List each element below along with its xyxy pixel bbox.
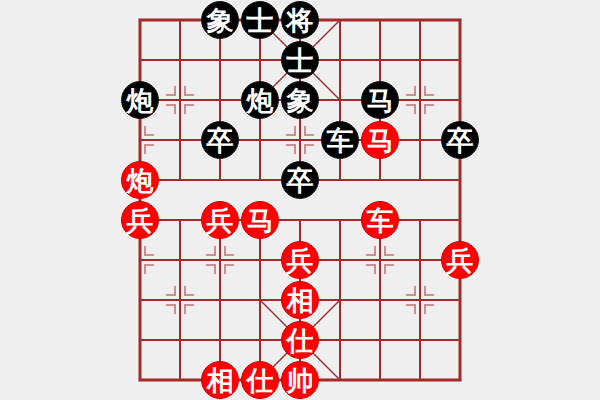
piece-black-pawn[interactable]: 卒 — [201, 121, 239, 159]
piece-red-pawn[interactable]: 兵 — [281, 241, 319, 279]
piece-black-chariot[interactable]: 车 — [321, 121, 359, 159]
piece-red-general[interactable]: 帅 — [281, 361, 319, 399]
piece-red-chariot[interactable]: 车 — [361, 201, 399, 239]
piece-black-pawn[interactable]: 卒 — [281, 161, 319, 199]
piece-black-cannon[interactable]: 炮 — [121, 81, 159, 119]
piece-red-pawn[interactable]: 兵 — [441, 241, 479, 279]
piece-red-elephant[interactable]: 相 — [201, 361, 239, 399]
piece-black-advisor[interactable]: 士 — [281, 41, 319, 79]
piece-black-general[interactable]: 将 — [281, 1, 319, 39]
piece-red-advisor[interactable]: 仕 — [281, 321, 319, 359]
piece-red-horse[interactable]: 马 — [361, 121, 399, 159]
xiangqi-app: 象士将士炮炮象马卒车马卒炮卒兵兵马车兵兵相仕相仕帅 — [0, 0, 600, 400]
piece-red-pawn[interactable]: 兵 — [201, 201, 239, 239]
piece-red-elephant[interactable]: 相 — [281, 281, 319, 319]
piece-black-advisor[interactable]: 士 — [241, 1, 279, 39]
piece-black-cannon[interactable]: 炮 — [241, 81, 279, 119]
piece-red-horse[interactable]: 马 — [241, 201, 279, 239]
piece-black-pawn[interactable]: 卒 — [441, 121, 479, 159]
board-grid[interactable]: 象士将士炮炮象马卒车马卒炮卒兵兵马车兵兵相仕相仕帅 — [120, 0, 480, 400]
piece-black-elephant[interactable]: 象 — [201, 1, 239, 39]
piece-red-advisor[interactable]: 仕 — [241, 361, 279, 399]
piece-black-horse[interactable]: 马 — [361, 81, 399, 119]
piece-red-pawn[interactable]: 兵 — [121, 201, 159, 239]
piece-red-cannon[interactable]: 炮 — [121, 161, 159, 199]
piece-black-elephant[interactable]: 象 — [281, 81, 319, 119]
